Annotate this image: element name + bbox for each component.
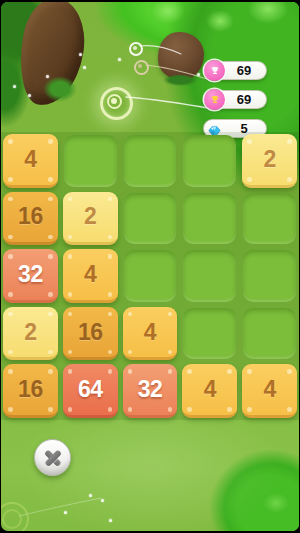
cell-r4c3: 4 [124, 308, 177, 360]
flower-speck [197, 73, 200, 76]
tile-rivets [68, 369, 73, 374]
left-foliage [1, 44, 31, 128]
cell-r5c2: 64 [64, 365, 117, 417]
cell-r3c4 [183, 250, 236, 302]
tile-16[interactable]: 16 [3, 364, 58, 418]
cell-r4c4 [183, 308, 236, 360]
score-badge-1: 69 [203, 61, 267, 80]
tile-4[interactable]: 4 [242, 364, 297, 418]
cell-r4c5 [243, 308, 296, 360]
tile-16[interactable]: 16 [3, 192, 58, 246]
bush-highlight [263, 493, 289, 513]
cell-r2c1: 16 [4, 193, 57, 245]
tile-rivets [68, 254, 73, 259]
tile-32[interactable]: 32 [123, 364, 178, 418]
tile-value: 4 [84, 261, 96, 288]
tile-rivets [68, 312, 73, 317]
cell-r5c5: 4 [243, 365, 296, 417]
cell-r1c3 [124, 135, 177, 187]
flower-speck [46, 75, 49, 78]
cell-r1c4 [183, 135, 236, 187]
tile-64[interactable]: 64 [63, 364, 118, 418]
tile-2[interactable]: 2 [3, 307, 58, 361]
tile-value: 4 [263, 376, 275, 403]
board: 42162324216416643244 [1, 132, 299, 420]
tile-4[interactable]: 4 [63, 249, 118, 303]
tile-rivets [8, 312, 13, 317]
bush-highlight [248, 2, 288, 24]
tile-2[interactable]: 2 [242, 134, 297, 188]
faint-ring-icon [2, 509, 22, 529]
cell-r3c5 [243, 250, 296, 302]
tile-value: 2 [24, 319, 36, 346]
tile-rivets [68, 197, 73, 202]
flower-speck [89, 494, 92, 497]
tile-rivets [128, 369, 133, 374]
tile-value: 32 [18, 261, 43, 288]
cell-r5c3: 32 [124, 365, 177, 417]
cell-r4c2: 16 [64, 308, 117, 360]
trunk-moss [43, 76, 77, 102]
tile-rivets [8, 139, 13, 144]
cell-r5c4: 4 [183, 365, 236, 417]
cell-r2c5 [243, 193, 296, 245]
tile-rivets [8, 254, 13, 259]
tile-rivets [8, 197, 13, 202]
tile-value: 4 [24, 146, 36, 173]
target-ring-icon [134, 60, 149, 75]
cell-r2c2: 2 [64, 193, 117, 245]
cell-r1c2 [64, 135, 117, 187]
cell-r4c1: 2 [4, 308, 57, 360]
tile-4[interactable]: 4 [182, 364, 237, 418]
tile-value: 2 [263, 146, 275, 173]
tile-value: 16 [18, 376, 43, 403]
tile-value: 16 [18, 203, 43, 230]
gold-trophy-on-pink-icon [204, 89, 225, 110]
cell-r3c1: 32 [4, 250, 57, 302]
bottom-right-bush [209, 449, 299, 531]
cell-r5c1: 16 [4, 365, 57, 417]
top-bush [93, 2, 299, 62]
tile-2[interactable]: 2 [63, 192, 118, 246]
white-trophy-on-pink-icon [204, 60, 225, 81]
cell-r1c5: 2 [243, 135, 296, 187]
tile-value: 2 [84, 203, 96, 230]
tile-rivets [247, 139, 252, 144]
tile-value: 16 [78, 319, 103, 346]
flower-speck [101, 499, 104, 502]
tile-rivets [8, 369, 13, 374]
bush-highlight [151, 2, 185, 24]
flower-speck [28, 94, 31, 97]
tile-32[interactable]: 32 [3, 249, 58, 303]
cell-r3c3 [124, 250, 177, 302]
tile-4[interactable]: 4 [123, 307, 178, 361]
cell-r1c1: 4 [4, 135, 57, 187]
tile-value: 32 [138, 376, 163, 403]
target-ring-icon [138, 64, 142, 68]
tile-rivets [247, 369, 252, 374]
flower-speck [83, 66, 86, 69]
flower-speck [64, 511, 67, 514]
tile-16[interactable]: 16 [63, 307, 118, 361]
grass-tuft [163, 74, 197, 86]
flower-speck [118, 58, 121, 61]
cell-r3c2: 4 [64, 250, 117, 302]
game-screen: 69 69 5 42162324216416643244 [1, 2, 299, 531]
tile-value: 64 [78, 376, 103, 403]
glow-ring-icon [111, 98, 117, 104]
tile-4[interactable]: 4 [3, 134, 58, 188]
tree-trunk [13, 2, 91, 110]
flower-speck [109, 519, 112, 522]
top-left-foliage [1, 2, 57, 78]
target-ring-icon [133, 46, 137, 50]
bush-highlight [206, 10, 234, 32]
flower-speck [79, 53, 82, 56]
close-button[interactable] [34, 439, 71, 476]
cell-r2c4 [183, 193, 236, 245]
tile-rivets [128, 312, 133, 317]
score-badge-2: 69 [203, 90, 267, 109]
flower-speck [13, 85, 16, 88]
tile-value: 4 [204, 376, 216, 403]
cell-r2c3 [124, 193, 177, 245]
tile-value: 4 [144, 319, 156, 346]
tile-rivets [187, 369, 192, 374]
